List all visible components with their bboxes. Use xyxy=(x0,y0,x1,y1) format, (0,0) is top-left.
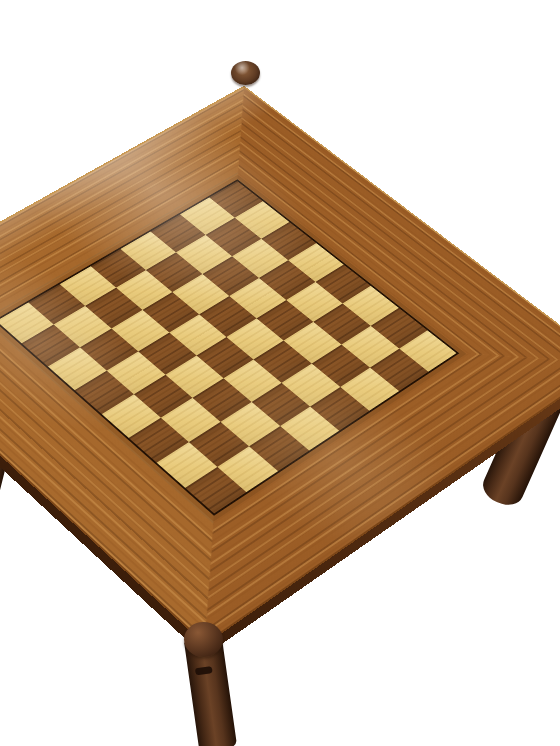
table-tilt-wrapper xyxy=(0,0,560,746)
perspective-scene xyxy=(0,0,560,746)
photo-canvas xyxy=(0,0,560,746)
chess-table-top xyxy=(0,85,560,644)
